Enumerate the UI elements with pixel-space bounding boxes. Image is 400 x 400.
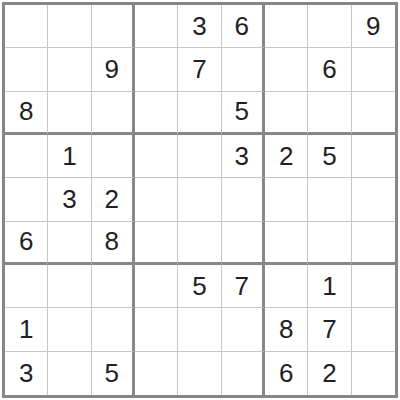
cell-r9c9-empty[interactable]	[352, 352, 395, 395]
cell-r2c5-given[interactable]: 7	[178, 48, 221, 91]
cell-r8c5-empty[interactable]	[178, 308, 221, 351]
cell-r2c3-given[interactable]: 9	[92, 48, 135, 91]
cell-r2c2-empty[interactable]	[48, 48, 91, 91]
cell-r2c8-given[interactable]: 6	[308, 48, 351, 91]
cell-r6c7-empty[interactable]	[265, 222, 308, 265]
cell-r3c3-empty[interactable]	[92, 92, 135, 135]
cell-r6c9-empty[interactable]	[352, 222, 395, 265]
cell-r1c1-empty[interactable]	[5, 5, 48, 48]
cell-r5c7-empty[interactable]	[265, 178, 308, 221]
cell-r7c6-given[interactable]: 7	[222, 265, 265, 308]
cell-r8c7-given[interactable]: 8	[265, 308, 308, 351]
cell-r4c7-given[interactable]: 2	[265, 135, 308, 178]
cell-r2c4-empty[interactable]	[135, 48, 178, 91]
cell-r1c7-empty[interactable]	[265, 5, 308, 48]
cell-r5c4-empty[interactable]	[135, 178, 178, 221]
cell-r1c5-given[interactable]: 3	[178, 5, 221, 48]
cell-r9c6-empty[interactable]	[222, 352, 265, 395]
cell-r8c8-given[interactable]: 7	[308, 308, 351, 351]
cell-r8c4-empty[interactable]	[135, 308, 178, 351]
cell-r8c3-empty[interactable]	[92, 308, 135, 351]
cell-r1c3-empty[interactable]	[92, 5, 135, 48]
cell-r6c6-empty[interactable]	[222, 222, 265, 265]
cell-r4c3-empty[interactable]	[92, 135, 135, 178]
cell-r2c1-empty[interactable]	[5, 48, 48, 91]
cell-r6c2-empty[interactable]	[48, 222, 91, 265]
cell-r2c6-empty[interactable]	[222, 48, 265, 91]
cell-r7c1-empty[interactable]	[5, 265, 48, 308]
cell-r9c7-given[interactable]: 6	[265, 352, 308, 395]
cell-r5c2-given[interactable]: 3	[48, 178, 91, 221]
cell-r5c6-empty[interactable]	[222, 178, 265, 221]
cell-r8c2-empty[interactable]	[48, 308, 91, 351]
cell-r7c9-empty[interactable]	[352, 265, 395, 308]
cell-r7c7-empty[interactable]	[265, 265, 308, 308]
cell-r7c4-empty[interactable]	[135, 265, 178, 308]
cell-r2c9-empty[interactable]	[352, 48, 395, 91]
cell-r9c2-empty[interactable]	[48, 352, 91, 395]
cell-r3c7-empty[interactable]	[265, 92, 308, 135]
cell-r3c2-empty[interactable]	[48, 92, 91, 135]
cell-r6c8-empty[interactable]	[308, 222, 351, 265]
cell-r3c6-given[interactable]: 5	[222, 92, 265, 135]
cell-r2c7-empty[interactable]	[265, 48, 308, 91]
cell-r4c4-empty[interactable]	[135, 135, 178, 178]
cell-r1c4-empty[interactable]	[135, 5, 178, 48]
cell-r5c1-empty[interactable]	[5, 178, 48, 221]
cell-r6c1-given[interactable]: 6	[5, 222, 48, 265]
cell-r7c8-given[interactable]: 1	[308, 265, 351, 308]
cell-r9c1-given[interactable]: 3	[5, 352, 48, 395]
cell-r5c9-empty[interactable]	[352, 178, 395, 221]
cell-r1c6-given[interactable]: 6	[222, 5, 265, 48]
cell-r6c3-given[interactable]: 8	[92, 222, 135, 265]
cell-r5c5-empty[interactable]	[178, 178, 221, 221]
sudoku-page: 36997685132532685711873562	[0, 0, 400, 400]
cell-r9c4-empty[interactable]	[135, 352, 178, 395]
cell-r4c5-empty[interactable]	[178, 135, 221, 178]
cell-r4c8-given[interactable]: 5	[308, 135, 351, 178]
cell-r4c2-given[interactable]: 1	[48, 135, 91, 178]
cell-r3c9-empty[interactable]	[352, 92, 395, 135]
cell-r6c5-empty[interactable]	[178, 222, 221, 265]
cell-r6c4-empty[interactable]	[135, 222, 178, 265]
cell-r3c5-empty[interactable]	[178, 92, 221, 135]
cell-r8c9-empty[interactable]	[352, 308, 395, 351]
cell-r5c8-empty[interactable]	[308, 178, 351, 221]
cell-r3c4-empty[interactable]	[135, 92, 178, 135]
cell-r3c8-empty[interactable]	[308, 92, 351, 135]
cell-r4c9-empty[interactable]	[352, 135, 395, 178]
cell-r9c5-empty[interactable]	[178, 352, 221, 395]
cell-r4c1-empty[interactable]	[5, 135, 48, 178]
cell-r8c6-empty[interactable]	[222, 308, 265, 351]
cell-r9c8-given[interactable]: 2	[308, 352, 351, 395]
cell-r7c5-given[interactable]: 5	[178, 265, 221, 308]
sudoku-grid: 36997685132532685711873562	[2, 2, 398, 398]
cell-r9c3-given[interactable]: 5	[92, 352, 135, 395]
cell-r1c8-empty[interactable]	[308, 5, 351, 48]
cell-r7c2-empty[interactable]	[48, 265, 91, 308]
cell-r3c1-given[interactable]: 8	[5, 92, 48, 135]
cell-r1c2-empty[interactable]	[48, 5, 91, 48]
cell-r4c6-given[interactable]: 3	[222, 135, 265, 178]
cell-r7c3-empty[interactable]	[92, 265, 135, 308]
cell-r8c1-given[interactable]: 1	[5, 308, 48, 351]
cell-r1c9-given[interactable]: 9	[352, 5, 395, 48]
cell-r5c3-given[interactable]: 2	[92, 178, 135, 221]
